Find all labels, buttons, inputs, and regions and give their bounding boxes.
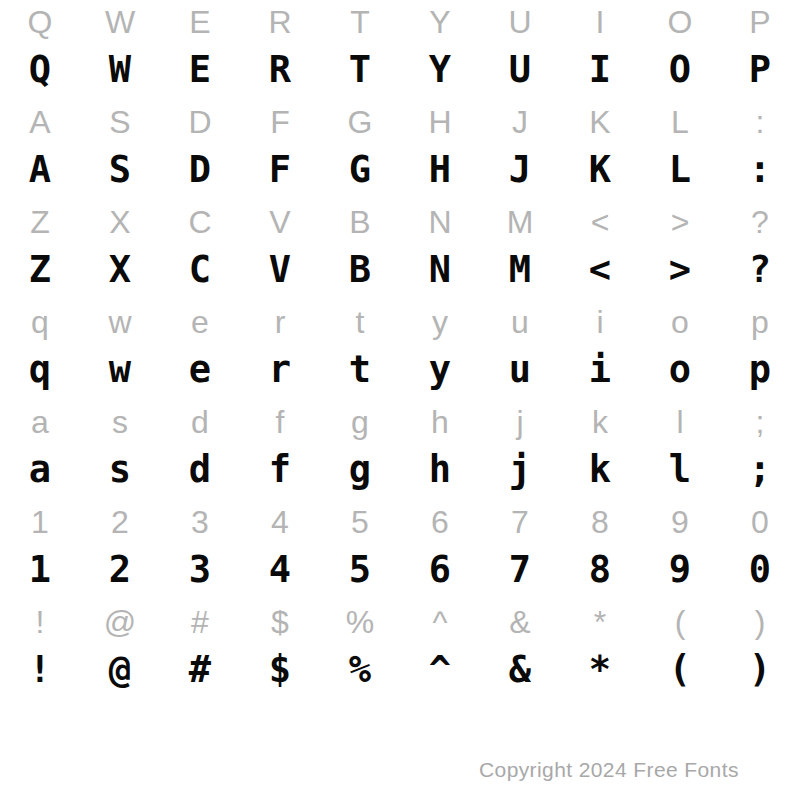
row-block: ZXCVBNM<>?ZXCVBNM<>? <box>0 200 800 300</box>
row-block: asdfghjkl;asdfghjkl; <box>0 400 800 500</box>
char-main: ? <box>749 248 771 291</box>
char-main: ; <box>749 448 771 491</box>
char-main: r <box>269 348 291 391</box>
char-ghost: A <box>29 104 50 141</box>
char-ghost: @ <box>104 604 136 641</box>
ghost-row: asdfghjkl; <box>0 400 800 450</box>
char-ghost: $ <box>271 604 289 641</box>
char-ghost: V <box>269 204 290 241</box>
char-main: D <box>189 148 211 191</box>
char-ghost: ( <box>675 604 686 641</box>
char-ghost: ) <box>755 604 766 641</box>
char-ghost: F <box>270 104 290 141</box>
char-ghost: D <box>188 104 211 141</box>
char-main: 4 <box>269 548 291 591</box>
char-main: k <box>589 448 611 491</box>
char-ghost: g <box>351 404 369 441</box>
char-ghost: L <box>671 104 689 141</box>
char-main: s <box>109 448 131 491</box>
char-ghost: * <box>594 604 606 641</box>
char-main: p <box>749 348 771 391</box>
char-main: R <box>269 48 291 91</box>
row-block: qwertyuiopqwertyuiop <box>0 300 800 400</box>
char-main: 8 <box>589 548 611 591</box>
char-main: & <box>509 648 531 691</box>
char-ghost: R <box>268 4 291 41</box>
char-main: E <box>189 48 211 91</box>
char-main: ) <box>749 648 771 691</box>
char-ghost: < <box>591 204 610 241</box>
char-main: N <box>429 248 451 291</box>
char-ghost: # <box>191 604 209 641</box>
char-main: j <box>509 448 531 491</box>
char-main: e <box>189 348 211 391</box>
char-main: V <box>269 248 291 291</box>
char-ghost: a <box>31 404 49 441</box>
ghost-row: QWERTYUIOP <box>0 0 800 50</box>
char-ghost: W <box>105 4 135 41</box>
char-ghost: B <box>349 204 370 241</box>
row-block: 12345678901234567890 <box>0 500 800 600</box>
char-ghost: K <box>589 104 610 141</box>
char-main: t <box>349 348 371 391</box>
char-main: A <box>29 148 51 191</box>
char-ghost: % <box>346 604 374 641</box>
char-ghost: o <box>671 304 689 341</box>
char-ghost: X <box>109 204 130 241</box>
char-main: J <box>509 148 531 191</box>
char-ghost: 1 <box>31 504 49 541</box>
char-main: 1 <box>29 548 51 591</box>
char-main: < <box>589 248 611 291</box>
char-ghost: s <box>112 404 128 441</box>
char-main: 0 <box>749 548 771 591</box>
char-main: I <box>589 48 611 91</box>
char-ghost: > <box>671 204 690 241</box>
char-main: 5 <box>349 548 371 591</box>
char-ghost: p <box>751 304 769 341</box>
char-ghost: : <box>756 104 765 141</box>
char-main: l <box>669 448 691 491</box>
char-ghost: 7 <box>511 504 529 541</box>
char-main: 6 <box>429 548 451 591</box>
char-main: : <box>749 148 771 191</box>
char-main: h <box>429 448 451 491</box>
char-ghost: d <box>191 404 209 441</box>
char-main: * <box>589 648 611 691</box>
char-main: u <box>509 348 531 391</box>
char-main: ! <box>29 648 51 691</box>
char-main: Q <box>29 48 51 91</box>
char-main: y <box>429 348 451 391</box>
char-main: $ <box>269 648 291 691</box>
ghost-row: ZXCVBNM<>? <box>0 200 800 250</box>
char-main: T <box>349 48 371 91</box>
char-ghost: q <box>31 304 49 341</box>
row-block: ASDFGHJKL:ASDFGHJKL: <box>0 100 800 200</box>
char-ghost: k <box>592 404 608 441</box>
char-ghost: e <box>191 304 209 341</box>
font-specimen-sheet: QWERTYUIOPQWERTYUIOPASDFGHJKL:ASDFGHJKL:… <box>0 0 800 800</box>
char-main: Z <box>29 248 51 291</box>
char-main: 3 <box>189 548 211 591</box>
ghost-row: !@#$%^&*() <box>0 600 800 650</box>
main-row: qwertyuiop <box>0 350 800 400</box>
ghost-row: ASDFGHJKL: <box>0 100 800 150</box>
main-row: ZXCVBNM<>? <box>0 250 800 300</box>
char-ghost: 5 <box>351 504 369 541</box>
char-main: X <box>109 248 131 291</box>
char-ghost: 6 <box>431 504 449 541</box>
char-ghost: j <box>516 404 523 441</box>
char-main: 9 <box>669 548 691 591</box>
char-main: q <box>29 348 51 391</box>
char-ghost: Q <box>28 4 53 41</box>
char-main: W <box>109 48 131 91</box>
char-ghost: M <box>507 204 534 241</box>
char-main: ( <box>669 648 691 691</box>
char-main: M <box>509 248 531 291</box>
char-ghost: Y <box>429 4 450 41</box>
char-ghost: 0 <box>751 504 769 541</box>
char-ghost: P <box>749 4 770 41</box>
char-ghost: T <box>350 4 370 41</box>
char-main: ^ <box>429 648 451 691</box>
char-ghost: 3 <box>191 504 209 541</box>
char-ghost: h <box>431 404 449 441</box>
char-ghost: S <box>109 104 130 141</box>
main-row: 1234567890 <box>0 550 800 600</box>
char-ghost: u <box>511 304 529 341</box>
copyright-text: Copyright 2024 Free Fonts <box>479 758 739 782</box>
char-ghost: l <box>676 404 683 441</box>
char-ghost: & <box>509 604 530 641</box>
char-ghost: Z <box>30 204 50 241</box>
char-ghost: U <box>508 4 531 41</box>
char-ghost: f <box>276 404 285 441</box>
char-ghost: ; <box>756 404 765 441</box>
char-ghost: t <box>356 304 365 341</box>
char-ghost: ? <box>751 204 769 241</box>
char-main: H <box>429 148 451 191</box>
char-ghost: i <box>596 304 603 341</box>
ghost-row: 1234567890 <box>0 500 800 550</box>
char-ghost: O <box>668 4 693 41</box>
row-block: QWERTYUIOPQWERTYUIOP <box>0 0 800 100</box>
char-ghost: H <box>428 104 451 141</box>
char-ghost: ! <box>36 604 45 641</box>
main-row: !@#$%^&*() <box>0 650 800 700</box>
char-main: P <box>749 48 771 91</box>
char-ghost: 4 <box>271 504 289 541</box>
char-main: g <box>349 448 371 491</box>
char-main: G <box>349 148 371 191</box>
char-main: @ <box>109 648 131 691</box>
char-main: > <box>669 248 691 291</box>
char-ghost: w <box>108 304 131 341</box>
char-ghost: I <box>596 4 605 41</box>
char-ghost: C <box>188 204 211 241</box>
char-ghost: E <box>189 4 210 41</box>
char-ghost: ^ <box>432 604 447 641</box>
char-main: a <box>29 448 51 491</box>
ghost-row: qwertyuiop <box>0 300 800 350</box>
char-main: o <box>669 348 691 391</box>
char-main: i <box>589 348 611 391</box>
char-main: d <box>189 448 211 491</box>
char-main: F <box>269 148 291 191</box>
char-ghost: 2 <box>111 504 129 541</box>
char-main: 7 <box>509 548 531 591</box>
char-main: w <box>109 348 131 391</box>
char-ghost: 8 <box>591 504 609 541</box>
char-main: U <box>509 48 531 91</box>
main-row: ASDFGHJKL: <box>0 150 800 200</box>
char-main: B <box>349 248 371 291</box>
char-main: 2 <box>109 548 131 591</box>
char-ghost: r <box>275 304 286 341</box>
main-row: QWERTYUIOP <box>0 50 800 100</box>
char-main: f <box>269 448 291 491</box>
char-ghost: G <box>348 104 373 141</box>
main-row: asdfghjkl; <box>0 450 800 500</box>
char-main: O <box>669 48 691 91</box>
char-ghost: J <box>512 104 528 141</box>
char-main: K <box>589 148 611 191</box>
char-main: C <box>189 248 211 291</box>
char-main: Y <box>429 48 451 91</box>
char-main: S <box>109 148 131 191</box>
char-main: L <box>669 148 691 191</box>
char-ghost: 9 <box>671 504 689 541</box>
char-ghost: y <box>432 304 448 341</box>
character-grid: QWERTYUIOPQWERTYUIOPASDFGHJKL:ASDFGHJKL:… <box>0 0 800 700</box>
row-block: !@#$%^&*()!@#$%^&*() <box>0 600 800 700</box>
char-ghost: N <box>428 204 451 241</box>
char-main: % <box>349 648 371 691</box>
char-main: # <box>189 648 211 691</box>
